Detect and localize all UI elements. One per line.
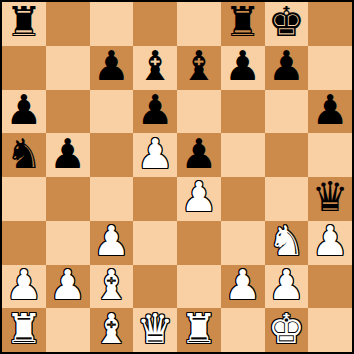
square-a5[interactable]: ♞ — [2, 133, 46, 177]
black-pawn-icon[interactable]: ♟ — [268, 46, 305, 87]
square-d2[interactable] — [133, 265, 177, 309]
chess-board-frame: ♜♜♚♟♝♝♟♟♟♟♟♞♟♟♟♟♛♟♞♟♟♟♝♟♟♜♝♛♜♚ — [0, 0, 354, 354]
square-g4[interactable] — [265, 177, 309, 221]
square-g3[interactable]: ♞ — [265, 221, 309, 265]
square-f7[interactable]: ♟ — [221, 46, 265, 90]
black-pawn-icon[interactable]: ♟ — [137, 90, 174, 131]
chess-board: ♜♜♚♟♝♝♟♟♟♟♟♞♟♟♟♟♛♟♞♟♟♟♝♟♟♜♝♛♜♚ — [2, 2, 352, 352]
white-pawn-icon[interactable]: ♟ — [93, 221, 130, 262]
square-a2[interactable]: ♟ — [2, 265, 46, 309]
square-f1[interactable] — [221, 308, 265, 352]
square-a8[interactable]: ♜ — [2, 2, 46, 46]
square-c6[interactable] — [90, 90, 134, 134]
black-bishop-icon[interactable]: ♝ — [180, 46, 217, 87]
square-g1[interactable]: ♚ — [265, 308, 309, 352]
black-pawn-icon[interactable]: ♟ — [93, 46, 130, 87]
white-pawn-icon[interactable]: ♟ — [49, 265, 86, 306]
square-a6[interactable]: ♟ — [2, 90, 46, 134]
square-e7[interactable]: ♝ — [177, 46, 221, 90]
square-d3[interactable] — [133, 221, 177, 265]
white-bishop-icon[interactable]: ♝ — [93, 265, 130, 306]
square-c3[interactable]: ♟ — [90, 221, 134, 265]
square-c2[interactable]: ♝ — [90, 265, 134, 309]
square-d5[interactable]: ♟ — [133, 133, 177, 177]
square-f2[interactable]: ♟ — [221, 265, 265, 309]
square-b3[interactable] — [46, 221, 90, 265]
square-c4[interactable] — [90, 177, 134, 221]
square-a4[interactable] — [2, 177, 46, 221]
white-pawn-icon[interactable]: ♟ — [180, 177, 217, 218]
square-a7[interactable] — [2, 46, 46, 90]
square-e4[interactable]: ♟ — [177, 177, 221, 221]
square-f3[interactable] — [221, 221, 265, 265]
square-e6[interactable] — [177, 90, 221, 134]
black-pawn-icon[interactable]: ♟ — [5, 90, 42, 131]
white-knight-icon[interactable]: ♞ — [268, 221, 305, 262]
white-rook-icon[interactable]: ♜ — [5, 309, 42, 350]
square-f8[interactable]: ♜ — [221, 2, 265, 46]
white-bishop-icon[interactable]: ♝ — [93, 309, 130, 350]
square-c7[interactable]: ♟ — [90, 46, 134, 90]
square-d1[interactable]: ♛ — [133, 308, 177, 352]
square-d6[interactable]: ♟ — [133, 90, 177, 134]
square-e1[interactable]: ♜ — [177, 308, 221, 352]
square-g6[interactable] — [265, 90, 309, 134]
square-h7[interactable] — [308, 46, 352, 90]
square-b1[interactable] — [46, 308, 90, 352]
square-b6[interactable] — [46, 90, 90, 134]
square-b7[interactable] — [46, 46, 90, 90]
square-h4[interactable]: ♛ — [308, 177, 352, 221]
square-f5[interactable] — [221, 133, 265, 177]
black-pawn-icon[interactable]: ♟ — [180, 134, 217, 175]
black-king-icon[interactable]: ♚ — [268, 2, 305, 43]
black-queen-icon[interactable]: ♛ — [312, 177, 349, 218]
black-rook-icon[interactable]: ♜ — [5, 2, 42, 43]
square-d4[interactable] — [133, 177, 177, 221]
square-h5[interactable] — [308, 133, 352, 177]
square-e8[interactable] — [177, 2, 221, 46]
square-d7[interactable]: ♝ — [133, 46, 177, 90]
square-f6[interactable] — [221, 90, 265, 134]
square-c5[interactable] — [90, 133, 134, 177]
black-bishop-icon[interactable]: ♝ — [137, 46, 174, 87]
square-b5[interactable]: ♟ — [46, 133, 90, 177]
black-pawn-icon[interactable]: ♟ — [224, 46, 261, 87]
white-pawn-icon[interactable]: ♟ — [268, 265, 305, 306]
white-pawn-icon[interactable]: ♟ — [137, 134, 174, 175]
square-e3[interactable] — [177, 221, 221, 265]
white-pawn-icon[interactable]: ♟ — [5, 265, 42, 306]
square-b2[interactable]: ♟ — [46, 265, 90, 309]
square-a1[interactable]: ♜ — [2, 308, 46, 352]
white-queen-icon[interactable]: ♛ — [137, 309, 174, 350]
black-pawn-icon[interactable]: ♟ — [312, 90, 349, 131]
square-h3[interactable]: ♟ — [308, 221, 352, 265]
square-b4[interactable] — [46, 177, 90, 221]
square-d8[interactable] — [133, 2, 177, 46]
square-g8[interactable]: ♚ — [265, 2, 309, 46]
square-h1[interactable] — [308, 308, 352, 352]
square-h8[interactable] — [308, 2, 352, 46]
square-e5[interactable]: ♟ — [177, 133, 221, 177]
square-h6[interactable]: ♟ — [308, 90, 352, 134]
square-c1[interactable]: ♝ — [90, 308, 134, 352]
white-king-icon[interactable]: ♚ — [268, 309, 305, 350]
square-e2[interactable] — [177, 265, 221, 309]
white-rook-icon[interactable]: ♜ — [180, 309, 217, 350]
square-b8[interactable] — [46, 2, 90, 46]
white-pawn-icon[interactable]: ♟ — [312, 221, 349, 262]
white-pawn-icon[interactable]: ♟ — [224, 265, 261, 306]
square-c8[interactable] — [90, 2, 134, 46]
black-rook-icon[interactable]: ♜ — [224, 2, 261, 43]
black-knight-icon[interactable]: ♞ — [5, 134, 42, 175]
black-pawn-icon[interactable]: ♟ — [49, 134, 86, 175]
square-g2[interactable]: ♟ — [265, 265, 309, 309]
square-a3[interactable] — [2, 221, 46, 265]
square-h2[interactable] — [308, 265, 352, 309]
square-g5[interactable] — [265, 133, 309, 177]
square-g7[interactable]: ♟ — [265, 46, 309, 90]
square-f4[interactable] — [221, 177, 265, 221]
